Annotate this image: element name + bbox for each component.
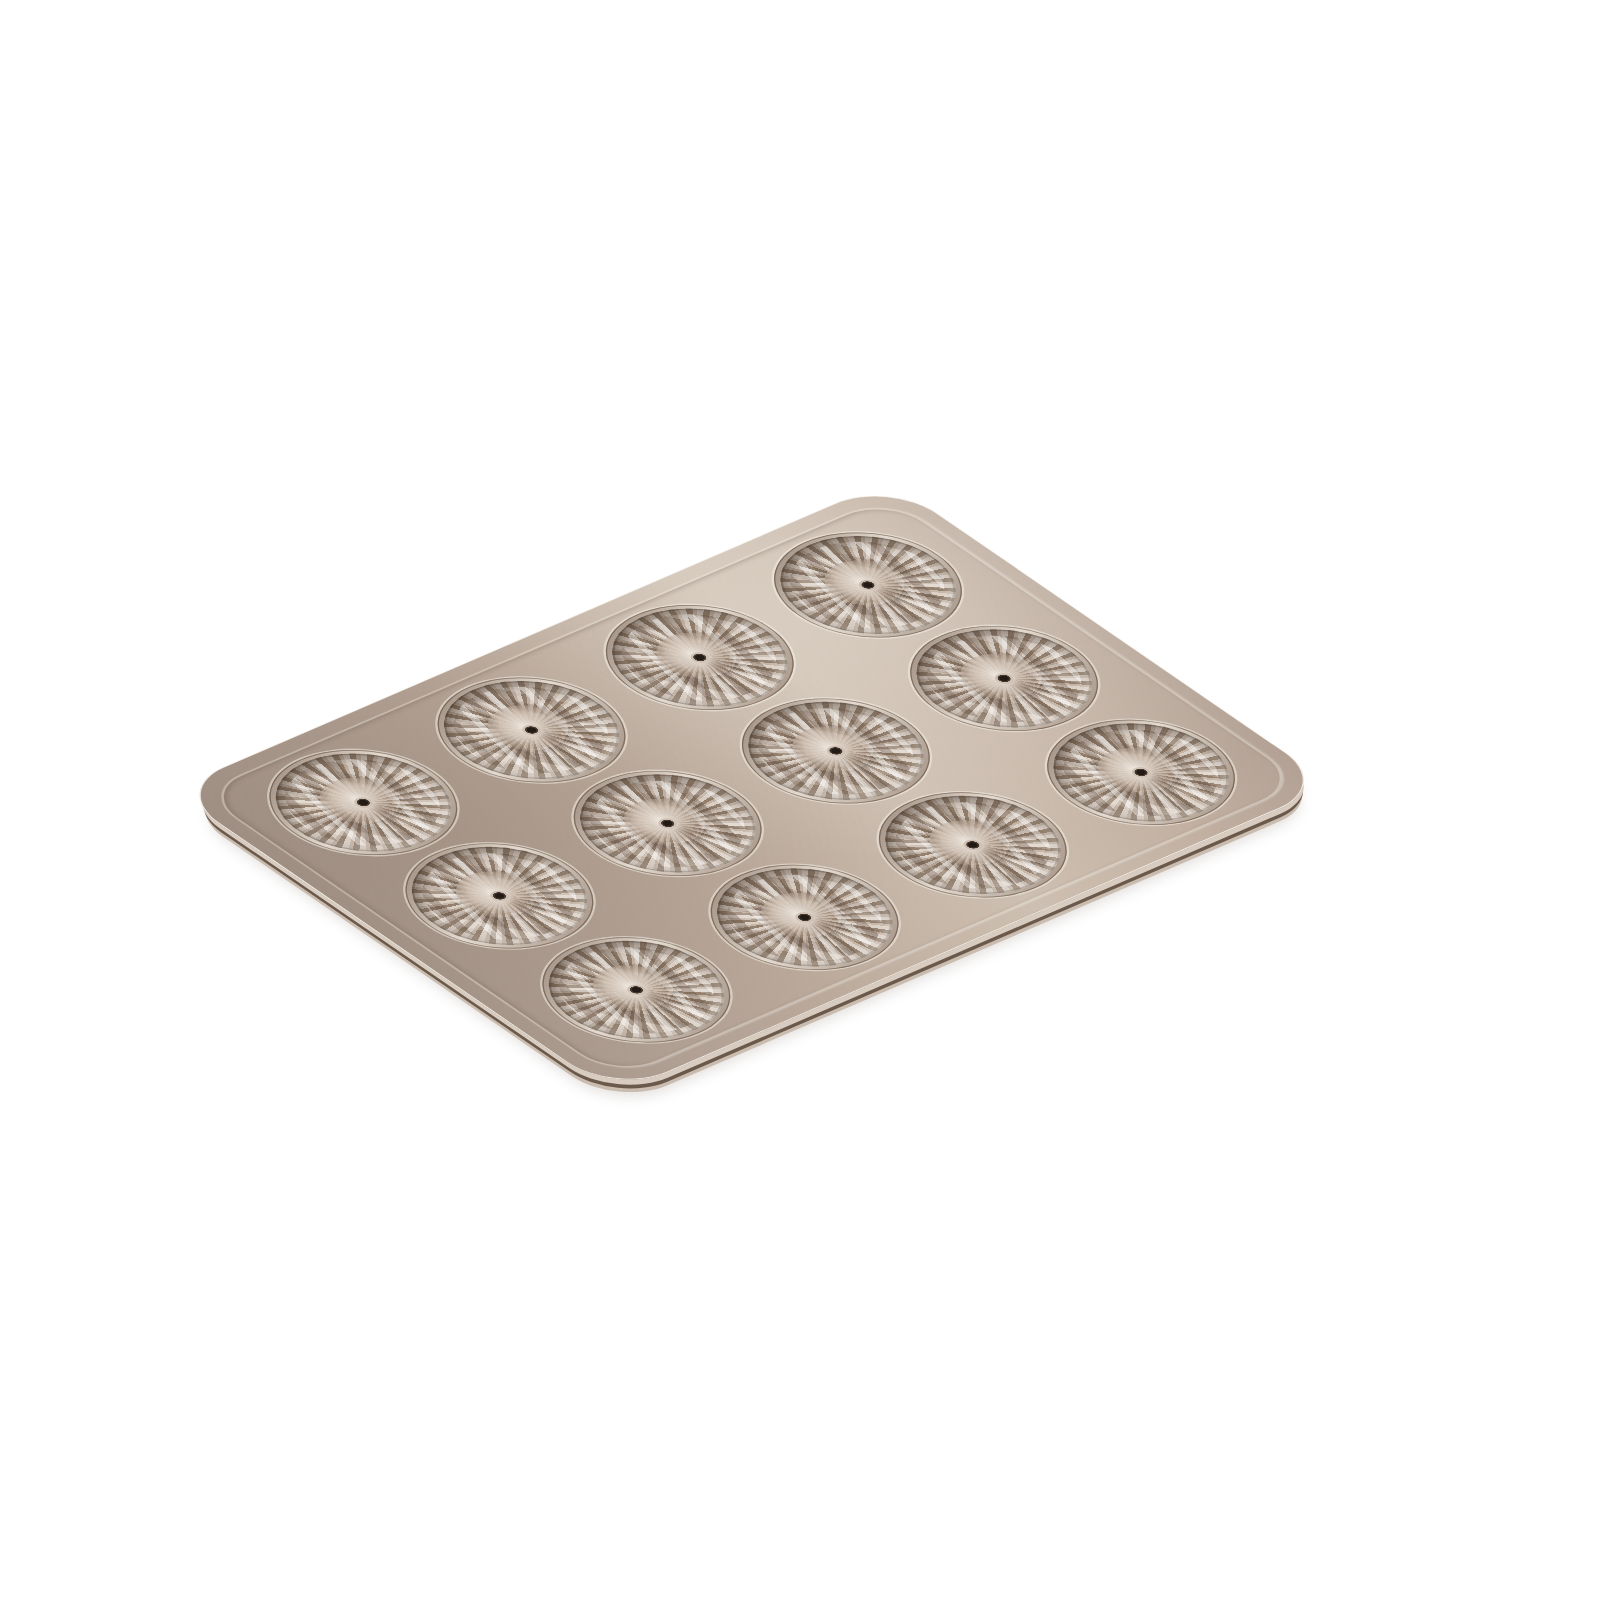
product-photo-scene	[0, 0, 1600, 1600]
muffin-pan	[170, 480, 1333, 1095]
cavity-grid	[172, 481, 1332, 1094]
